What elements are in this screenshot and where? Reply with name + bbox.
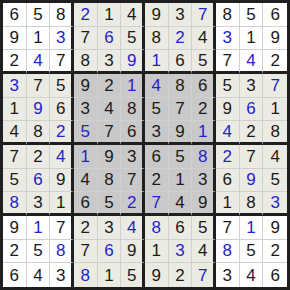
cell-r11c2[interactable]: 5	[27, 240, 51, 264]
cell-r12c9[interactable]: 7	[192, 263, 216, 287]
cell-r11c6[interactable]: 9	[121, 240, 145, 264]
cell-r10c12[interactable]: 9	[263, 216, 287, 240]
cell-r6c6[interactable]: 6	[121, 121, 145, 145]
cell-r1c4[interactable]: 2	[74, 3, 98, 27]
cell-r3c1[interactable]: 2	[3, 50, 27, 74]
cell-r1c8[interactable]: 3	[169, 3, 193, 27]
cell-r7c6[interactable]: 3	[121, 145, 145, 169]
cell-r1c9[interactable]: 7	[192, 3, 216, 27]
cell-r5c4[interactable]: 3	[74, 98, 98, 122]
cell-r8c5[interactable]: 8	[98, 169, 122, 193]
cell-r10c1[interactable]: 9	[3, 216, 27, 240]
cell-r6c1[interactable]: 4	[3, 121, 27, 145]
cell-r7c10[interactable]: 2	[216, 145, 240, 169]
cell-r4c4[interactable]: 9	[74, 74, 98, 98]
cell-r4c9[interactable]: 6	[192, 74, 216, 98]
cell-r3c8[interactable]: 6	[169, 50, 193, 74]
cell-r2c11[interactable]: 1	[240, 27, 264, 51]
cell-r9c8[interactable]: 4	[169, 192, 193, 216]
cell-r4c3[interactable]: 5	[50, 74, 74, 98]
cell-r3c11[interactable]: 4	[240, 50, 264, 74]
cell-r9c3[interactable]: 1	[50, 192, 74, 216]
cell-r12c6[interactable]: 5	[121, 263, 145, 287]
cell-r10c3[interactable]: 7	[50, 216, 74, 240]
cell-r1c3[interactable]: 8	[50, 3, 74, 27]
cell-r9c2[interactable]: 3	[27, 192, 51, 216]
cell-r2c4[interactable]: 7	[74, 27, 98, 51]
cell-r10c8[interactable]: 6	[169, 216, 193, 240]
cell-r6c9[interactable]: 1	[192, 121, 216, 145]
cell-r5c5[interactable]: 4	[98, 98, 122, 122]
cell-r3c3[interactable]: 7	[50, 50, 74, 74]
cell-r7c4[interactable]: 1	[74, 145, 98, 169]
cell-r6c2[interactable]: 8	[27, 121, 51, 145]
cell-r8c12[interactable]: 5	[263, 169, 287, 193]
cell-r6c10[interactable]: 4	[216, 121, 240, 145]
cell-r7c3[interactable]: 4	[50, 145, 74, 169]
cell-r12c4[interactable]: 8	[74, 263, 98, 287]
cell-r4c8[interactable]: 8	[169, 74, 193, 98]
cell-r7c2[interactable]: 2	[27, 145, 51, 169]
cell-r5c7[interactable]: 5	[145, 98, 169, 122]
cell-r11c8[interactable]: 3	[169, 240, 193, 264]
cell-r7c9[interactable]: 8	[192, 145, 216, 169]
cell-r2c5[interactable]: 6	[98, 27, 122, 51]
cell-r6c8[interactable]: 9	[169, 121, 193, 145]
cell-r5c12[interactable]: 1	[263, 98, 287, 122]
cell-r3c5[interactable]: 3	[98, 50, 122, 74]
cell-r12c5[interactable]: 1	[98, 263, 122, 287]
cell-r1c10[interactable]: 8	[216, 3, 240, 27]
cell-r8c3[interactable]: 9	[50, 169, 74, 193]
cell-r12c10[interactable]: 3	[216, 263, 240, 287]
cell-r2c10[interactable]: 3	[216, 27, 240, 51]
cell-r11c5[interactable]: 6	[98, 240, 122, 264]
cell-r12c2[interactable]: 4	[27, 263, 51, 287]
cell-r8c2[interactable]: 6	[27, 169, 51, 193]
cell-r10c2[interactable]: 1	[27, 216, 51, 240]
cell-r12c1[interactable]: 6	[3, 263, 27, 287]
cell-r1c5[interactable]: 1	[98, 3, 122, 27]
cell-r9c12[interactable]: 3	[263, 192, 287, 216]
cell-r4c2[interactable]: 7	[27, 74, 51, 98]
cell-r8c1[interactable]: 5	[3, 169, 27, 193]
cell-r3c7[interactable]: 1	[145, 50, 169, 74]
cell-r11c9[interactable]: 4	[192, 240, 216, 264]
cell-r4c7[interactable]: 4	[145, 74, 169, 98]
cell-r9c1[interactable]: 8	[3, 192, 27, 216]
cell-r7c11[interactable]: 7	[240, 145, 264, 169]
cell-r3c12[interactable]: 2	[263, 50, 287, 74]
cell-r1c7[interactable]: 9	[145, 3, 169, 27]
cell-r4c12[interactable]: 7	[263, 74, 287, 98]
cell-r10c9[interactable]: 5	[192, 216, 216, 240]
cell-r2c7[interactable]: 8	[145, 27, 169, 51]
cell-r11c4[interactable]: 7	[74, 240, 98, 264]
cell-r5c11[interactable]: 6	[240, 98, 264, 122]
cell-r5c10[interactable]: 9	[216, 98, 240, 122]
cell-r12c11[interactable]: 4	[240, 263, 264, 287]
cell-r9c7[interactable]: 7	[145, 192, 169, 216]
cell-r5c9[interactable]: 2	[192, 98, 216, 122]
cell-r1c1[interactable]: 6	[3, 3, 27, 27]
cell-r8c8[interactable]: 1	[169, 169, 193, 193]
cell-r8c10[interactable]: 6	[216, 169, 240, 193]
cell-r6c4[interactable]: 5	[74, 121, 98, 145]
cell-r10c10[interactable]: 7	[216, 216, 240, 240]
cell-r12c12[interactable]: 6	[263, 263, 287, 287]
cell-r1c11[interactable]: 5	[240, 3, 264, 27]
cell-r6c12[interactable]: 8	[263, 121, 287, 145]
cell-r5c1[interactable]: 1	[3, 98, 27, 122]
cell-r4c1[interactable]: 3	[3, 74, 27, 98]
cell-r3c2[interactable]: 4	[27, 50, 51, 74]
cell-r4c11[interactable]: 3	[240, 74, 264, 98]
cell-r1c2[interactable]: 5	[27, 3, 51, 27]
cell-r11c12[interactable]: 2	[263, 240, 287, 264]
cell-r9c10[interactable]: 1	[216, 192, 240, 216]
cell-r3c4[interactable]: 8	[74, 50, 98, 74]
cell-r4c5[interactable]: 2	[98, 74, 122, 98]
cell-r11c1[interactable]: 2	[3, 240, 27, 264]
cell-r4c6[interactable]: 1	[121, 74, 145, 98]
cell-r7c8[interactable]: 5	[169, 145, 193, 169]
cell-r8c9[interactable]: 3	[192, 169, 216, 193]
cell-r9c11[interactable]: 8	[240, 192, 264, 216]
sudoku-board: 6582149378569137658243192478391657423759…	[0, 0, 290, 290]
cell-r9c6[interactable]: 2	[121, 192, 145, 216]
cell-r7c12[interactable]: 4	[263, 145, 287, 169]
cell-r11c7[interactable]: 1	[145, 240, 169, 264]
cell-r11c11[interactable]: 5	[240, 240, 264, 264]
cell-r2c6[interactable]: 5	[121, 27, 145, 51]
cell-r9c9[interactable]: 9	[192, 192, 216, 216]
cell-r9c4[interactable]: 6	[74, 192, 98, 216]
cell-r7c7[interactable]: 6	[145, 145, 169, 169]
cell-r1c12[interactable]: 6	[263, 3, 287, 27]
cell-r2c2[interactable]: 1	[27, 27, 51, 51]
cell-r6c11[interactable]: 2	[240, 121, 264, 145]
cell-r8c11[interactable]: 9	[240, 169, 264, 193]
cell-r10c5[interactable]: 3	[98, 216, 122, 240]
cell-r8c4[interactable]: 4	[74, 169, 98, 193]
cell-r2c3[interactable]: 3	[50, 27, 74, 51]
cell-r3c10[interactable]: 7	[216, 50, 240, 74]
cell-r12c7[interactable]: 9	[145, 263, 169, 287]
cell-r11c3[interactable]: 8	[50, 240, 74, 264]
cell-r6c7[interactable]: 3	[145, 121, 169, 145]
cell-r5c2[interactable]: 9	[27, 98, 51, 122]
cell-r5c6[interactable]: 8	[121, 98, 145, 122]
cell-r12c8[interactable]: 2	[169, 263, 193, 287]
cell-r7c5[interactable]: 9	[98, 145, 122, 169]
cell-r2c12[interactable]: 9	[263, 27, 287, 51]
cell-r1c6[interactable]: 4	[121, 3, 145, 27]
cell-r7c1[interactable]: 7	[3, 145, 27, 169]
cell-r6c3[interactable]: 2	[50, 121, 74, 145]
cell-r3c6[interactable]: 9	[121, 50, 145, 74]
cell-r10c11[interactable]: 1	[240, 216, 264, 240]
cell-r4c10[interactable]: 5	[216, 74, 240, 98]
cell-r5c3[interactable]: 6	[50, 98, 74, 122]
cell-r2c8[interactable]: 2	[169, 27, 193, 51]
cell-r10c4[interactable]: 2	[74, 216, 98, 240]
cell-r10c6[interactable]: 4	[121, 216, 145, 240]
cell-r11c10[interactable]: 8	[216, 240, 240, 264]
cell-r9c5[interactable]: 5	[98, 192, 122, 216]
cell-r2c1[interactable]: 9	[3, 27, 27, 51]
cell-r2c9[interactable]: 4	[192, 27, 216, 51]
cell-r8c7[interactable]: 2	[145, 169, 169, 193]
cell-r8c6[interactable]: 7	[121, 169, 145, 193]
cell-r3c9[interactable]: 5	[192, 50, 216, 74]
cell-r12c3[interactable]: 3	[50, 263, 74, 287]
cell-r10c7[interactable]: 8	[145, 216, 169, 240]
cell-r6c5[interactable]: 7	[98, 121, 122, 145]
cell-r5c8[interactable]: 7	[169, 98, 193, 122]
